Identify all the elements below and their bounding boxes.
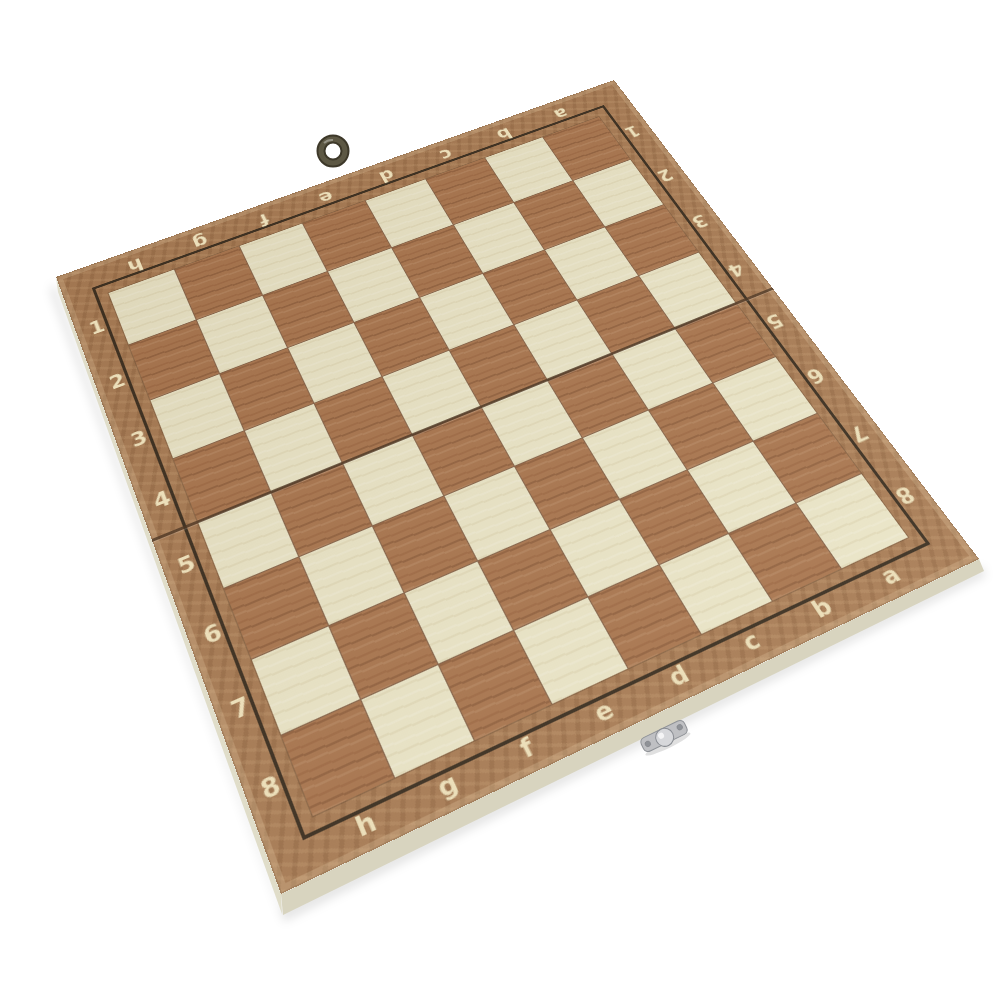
product-photo: hgfedcbahgfedcba1234567812345678 xyxy=(0,0,1000,1000)
hinge-ring-icon xyxy=(321,139,345,163)
